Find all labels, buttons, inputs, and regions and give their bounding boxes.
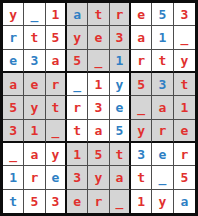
cell-r1c7: e	[131, 3, 152, 26]
cell-r5c2: y	[24, 96, 45, 119]
cell-r6c3: _	[46, 120, 67, 143]
cell-r4c6: y	[110, 73, 131, 96]
cell-r9c8: y	[152, 190, 173, 213]
cell-r9c6: _	[110, 190, 131, 213]
cell-r6c9: e	[174, 120, 195, 143]
cell-r4c2: e	[24, 73, 45, 96]
cell-r6c4: t	[67, 120, 88, 143]
cell-r9c1: t	[3, 190, 24, 213]
cell-r8c1: 1	[3, 166, 24, 189]
cell-r5c6: e	[110, 96, 131, 119]
cell-r9c2: 5	[24, 190, 45, 213]
cell-r4c3: r	[46, 73, 67, 96]
cell-r3c6: 1	[110, 50, 131, 73]
cell-r3c4: 5	[67, 50, 88, 73]
cell-r6c6: 5	[110, 120, 131, 143]
cell-r7c1: _	[3, 143, 24, 166]
cell-r8c5: y	[88, 166, 109, 189]
cell-r8c7: t	[131, 166, 152, 189]
cell-r4c8: 3	[152, 73, 173, 96]
cell-r7c4: 1	[67, 143, 88, 166]
cell-r8c9: 5	[174, 166, 195, 189]
cell-r7c8: e	[152, 143, 173, 166]
cell-r7c7: 3	[131, 143, 152, 166]
cell-r2c2: t	[24, 26, 45, 49]
cell-r9c9: a	[174, 190, 195, 213]
cell-r3c5: _	[88, 50, 109, 73]
cell-r3c9: y	[174, 50, 195, 73]
cell-r5c1: 5	[3, 96, 24, 119]
cell-r1c4: a	[67, 3, 88, 26]
cell-r5c3: t	[46, 96, 67, 119]
cell-r1c5: t	[88, 3, 109, 26]
cell-r3c8: t	[152, 50, 173, 73]
cell-r5c4: r	[67, 96, 88, 119]
cell-r3c1: e	[3, 50, 24, 73]
cell-r4c1: a	[3, 73, 24, 96]
cell-r2c1: r	[3, 26, 24, 49]
cell-r2c4: y	[67, 26, 88, 49]
cell-r8c3: e	[46, 166, 67, 189]
cell-r4c4: _	[67, 73, 88, 96]
cell-r7c2: a	[24, 143, 45, 166]
cell-r7c5: 5	[88, 143, 109, 166]
cell-r2c7: a	[131, 26, 152, 49]
cell-r7c6: t	[110, 143, 131, 166]
cell-r6c7: y	[131, 120, 152, 143]
cell-r3c7: r	[131, 50, 152, 73]
cell-r7c3: y	[46, 143, 67, 166]
cell-r3c3: a	[46, 50, 67, 73]
cell-r2c6: 3	[110, 26, 131, 49]
cell-r8c2: r	[24, 166, 45, 189]
cell-r1c3: 1	[46, 3, 67, 26]
cell-r8c4: 3	[67, 166, 88, 189]
cell-r1c8: 5	[152, 3, 173, 26]
cell-r5c8: a	[152, 96, 173, 119]
cell-r6c2: 1	[24, 120, 45, 143]
cell-r6c8: r	[152, 120, 173, 143]
cell-r2c8: 1	[152, 26, 173, 49]
cell-r8c8: _	[152, 166, 173, 189]
cell-r5c5: 3	[88, 96, 109, 119]
cell-r1c1: y	[3, 3, 24, 26]
cell-r5c7: _	[131, 96, 152, 119]
cell-r4c9: t	[174, 73, 195, 96]
cell-r2c3: 5	[46, 26, 67, 49]
cell-r6c1: 3	[3, 120, 24, 143]
cell-r6c5: a	[88, 120, 109, 143]
cell-r9c7: 1	[131, 190, 152, 213]
cell-r7c9: r	[174, 143, 195, 166]
cell-r1c2: _	[24, 3, 45, 26]
cell-r1c9: 3	[174, 3, 195, 26]
cell-r8c6: a	[110, 166, 131, 189]
cell-r9c3: 3	[46, 190, 67, 213]
cell-r9c4: e	[67, 190, 88, 213]
cell-r4c7: 5	[131, 73, 152, 96]
cell-r3c2: 3	[24, 50, 45, 73]
cell-r2c5: e	[88, 26, 109, 49]
sudoku-board: y_1atre53rt5ye3a1_e3a5_1rtyaer_1y53t5ytr…	[0, 0, 198, 216]
cell-r2c9: _	[174, 26, 195, 49]
cell-r1c6: r	[110, 3, 131, 26]
cell-r4c5: 1	[88, 73, 109, 96]
cell-r5c9: 1	[174, 96, 195, 119]
cell-r9c5: r	[88, 190, 109, 213]
